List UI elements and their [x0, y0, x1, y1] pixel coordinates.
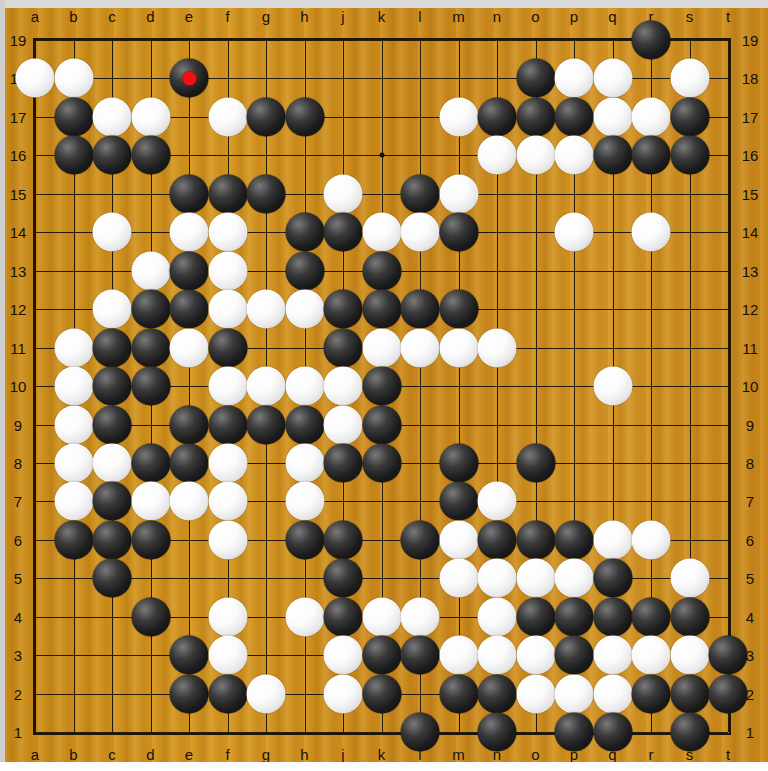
row-label-right: 17 [742, 108, 759, 125]
stone-white [54, 328, 93, 367]
stone-white [93, 213, 132, 252]
stone-white [593, 636, 632, 675]
stone-black [131, 367, 170, 406]
stone-black [478, 713, 517, 752]
stone-white [555, 559, 594, 598]
stone-white [54, 367, 93, 406]
stone-black [131, 136, 170, 175]
stone-white [208, 520, 247, 559]
row-label-right: 14 [742, 224, 759, 241]
stone-white [208, 290, 247, 329]
stone-white [593, 97, 632, 136]
stone-black [362, 367, 401, 406]
row-label-right: 10 [742, 378, 759, 395]
stone-black [324, 328, 363, 367]
stone-black [208, 328, 247, 367]
stone-black [516, 97, 555, 136]
stone-white [632, 213, 671, 252]
column-label-top: l [418, 8, 421, 25]
column-label-bottom: e [185, 746, 193, 763]
stone-black [555, 636, 594, 675]
stone-white [593, 59, 632, 98]
row-label-left: 17 [10, 108, 27, 125]
star-point [379, 153, 384, 158]
column-label-bottom: c [108, 746, 116, 763]
stone-black [324, 213, 363, 252]
stone-white [170, 328, 209, 367]
stone-black [324, 559, 363, 598]
stone-black [285, 213, 324, 252]
stone-black [593, 136, 632, 175]
stone-black [439, 482, 478, 521]
stone-white [285, 482, 324, 521]
row-label-right: 5 [746, 570, 754, 587]
stone-white [670, 59, 709, 98]
stone-white [516, 559, 555, 598]
stone-black [478, 520, 517, 559]
stone-black [170, 443, 209, 482]
column-label-bottom: g [262, 746, 270, 763]
stone-white [478, 597, 517, 636]
stone-black [131, 290, 170, 329]
stone-black [247, 97, 286, 136]
go-board[interactable]: aa1919bb1818cc1717dd1616ee1515ff1414gg13… [0, 0, 768, 762]
stone-white [131, 251, 170, 290]
stone-black [439, 674, 478, 713]
column-label-top: e [185, 8, 193, 25]
stone-white [324, 405, 363, 444]
stone-white [555, 136, 594, 175]
stone-white [93, 443, 132, 482]
stone-black [170, 636, 209, 675]
stone-white [555, 674, 594, 713]
stone-black [362, 443, 401, 482]
stone-white [516, 674, 555, 713]
row-label-left: 8 [14, 454, 22, 471]
stone-black [670, 136, 709, 175]
stone-white [478, 636, 517, 675]
row-label-left: 12 [10, 301, 27, 318]
row-label-right: 16 [742, 147, 759, 164]
stone-white [285, 443, 324, 482]
row-label-left: 14 [10, 224, 27, 241]
stone-black [555, 97, 594, 136]
column-label-top: m [452, 8, 465, 25]
row-label-right: 6 [746, 531, 754, 548]
stone-white [208, 482, 247, 521]
stone-black [632, 136, 671, 175]
stone-black [285, 251, 324, 290]
stone-black [670, 597, 709, 636]
stone-black [170, 251, 209, 290]
stone-black [285, 405, 324, 444]
stone-black [439, 213, 478, 252]
column-label-top: j [341, 8, 344, 25]
stone-black [131, 520, 170, 559]
column-label-bottom: a [31, 746, 39, 763]
stone-black [93, 559, 132, 598]
row-label-left: 10 [10, 378, 27, 395]
row-label-left: 3 [14, 647, 22, 664]
stone-black [516, 59, 555, 98]
stone-white [439, 174, 478, 213]
column-label-bottom: d [146, 746, 154, 763]
column-label-top: k [378, 8, 386, 25]
column-label-top: a [31, 8, 39, 25]
row-label-left: 2 [14, 685, 22, 702]
stone-white [593, 367, 632, 406]
stone-black [170, 290, 209, 329]
stone-black [54, 136, 93, 175]
stone-white [247, 290, 286, 329]
column-label-top: n [493, 8, 501, 25]
stone-black [478, 97, 517, 136]
stone-white [362, 213, 401, 252]
column-label-top: h [300, 8, 308, 25]
column-label-top: q [608, 8, 616, 25]
stone-black [362, 405, 401, 444]
row-label-left: 5 [14, 570, 22, 587]
column-label-bottom: j [341, 746, 344, 763]
row-label-left: 19 [10, 32, 27, 49]
column-label-top: o [531, 8, 539, 25]
stone-black [401, 713, 440, 752]
stone-white [324, 674, 363, 713]
stone-black [555, 713, 594, 752]
stone-black [401, 520, 440, 559]
stone-white [16, 59, 55, 98]
stone-black [131, 597, 170, 636]
column-label-bottom: k [378, 746, 386, 763]
stone-white [285, 367, 324, 406]
stone-black [208, 405, 247, 444]
row-label-right: 19 [742, 32, 759, 49]
stone-white [93, 97, 132, 136]
row-label-left: 4 [14, 608, 22, 625]
stone-black [478, 674, 517, 713]
stone-white [478, 482, 517, 521]
go-board-page: aa1919bb1818cc1717dd1616ee1515ff1414gg13… [0, 0, 768, 771]
stone-black [93, 482, 132, 521]
row-label-right: 7 [746, 493, 754, 510]
window-edge-bottom [0, 762, 768, 771]
stone-black [54, 97, 93, 136]
stone-black [54, 520, 93, 559]
stone-white [324, 636, 363, 675]
stone-white [54, 405, 93, 444]
stone-black [93, 367, 132, 406]
stone-black [516, 520, 555, 559]
stone-black [632, 674, 671, 713]
row-label-left: 1 [14, 724, 22, 741]
stone-white [247, 367, 286, 406]
stone-white [670, 636, 709, 675]
stone-white [170, 213, 209, 252]
column-label-top: t [726, 8, 730, 25]
stone-black [362, 636, 401, 675]
stone-white [439, 520, 478, 559]
column-label-bottom: f [225, 746, 229, 763]
stone-black [285, 520, 324, 559]
stone-white [516, 136, 555, 175]
stone-white [439, 636, 478, 675]
stone-white [247, 674, 286, 713]
stone-black [516, 597, 555, 636]
stone-white [285, 290, 324, 329]
column-label-top: f [225, 8, 229, 25]
stone-white [208, 251, 247, 290]
stone-black [362, 674, 401, 713]
row-label-right: 9 [746, 416, 754, 433]
row-label-right: 18 [742, 70, 759, 87]
row-label-left: 6 [14, 531, 22, 548]
row-label-right: 1 [746, 724, 754, 741]
stone-black [401, 290, 440, 329]
column-label-bottom: h [300, 746, 308, 763]
column-label-bottom: m [452, 746, 465, 763]
stone-black [93, 136, 132, 175]
column-label-bottom: o [531, 746, 539, 763]
stone-black [170, 59, 209, 98]
stone-white [478, 136, 517, 175]
stone-black [593, 713, 632, 752]
stone-white [401, 213, 440, 252]
column-label-bottom: r [649, 746, 654, 763]
stone-white [170, 482, 209, 521]
stone-black [709, 636, 748, 675]
stone-white [54, 482, 93, 521]
row-label-right: 15 [742, 185, 759, 202]
row-label-left: 9 [14, 416, 22, 433]
stone-black [170, 674, 209, 713]
stone-white [401, 597, 440, 636]
stone-black [324, 520, 363, 559]
stone-white [632, 520, 671, 559]
row-label-left: 13 [10, 262, 27, 279]
last-move-marker [182, 71, 196, 85]
stone-white [208, 367, 247, 406]
stone-black [170, 405, 209, 444]
stone-black [362, 251, 401, 290]
stone-black [247, 405, 286, 444]
stone-white [54, 443, 93, 482]
stone-white [632, 97, 671, 136]
stone-black [93, 328, 132, 367]
stone-black [285, 97, 324, 136]
column-label-top: d [146, 8, 154, 25]
stone-black [593, 597, 632, 636]
stone-white [439, 97, 478, 136]
row-label-right: 13 [742, 262, 759, 279]
stone-black [709, 674, 748, 713]
stone-white [208, 636, 247, 675]
stone-black [632, 597, 671, 636]
stone-black [439, 290, 478, 329]
stone-white [324, 367, 363, 406]
row-label-right: 8 [746, 454, 754, 471]
stone-white [54, 59, 93, 98]
row-label-left: 7 [14, 493, 22, 510]
column-label-top: p [570, 8, 578, 25]
stone-black [401, 174, 440, 213]
stone-black [208, 674, 247, 713]
stone-white [593, 520, 632, 559]
column-label-top: s [686, 8, 694, 25]
stone-black [632, 21, 671, 60]
stone-black [131, 443, 170, 482]
stone-black [555, 520, 594, 559]
stone-black [362, 290, 401, 329]
stone-white [93, 290, 132, 329]
stone-black [401, 636, 440, 675]
stone-white [285, 597, 324, 636]
stone-white [555, 59, 594, 98]
stone-black [324, 443, 363, 482]
stone-black [131, 328, 170, 367]
stone-black [247, 174, 286, 213]
stone-white [131, 482, 170, 521]
stone-white [516, 636, 555, 675]
stone-white [208, 443, 247, 482]
stone-white [362, 328, 401, 367]
column-label-top: c [108, 8, 116, 25]
column-label-top: g [262, 8, 270, 25]
row-label-right: 4 [746, 608, 754, 625]
column-label-bottom: b [69, 746, 77, 763]
stone-black [593, 559, 632, 598]
column-label-top: b [69, 8, 77, 25]
stone-white [208, 97, 247, 136]
row-label-right: 11 [742, 339, 758, 356]
stone-white [208, 213, 247, 252]
stone-black [93, 520, 132, 559]
stone-white [478, 328, 517, 367]
stone-black [439, 443, 478, 482]
stone-black [555, 597, 594, 636]
row-label-left: 11 [10, 339, 26, 356]
stone-black [670, 674, 709, 713]
stone-white [439, 328, 478, 367]
row-label-left: 16 [10, 147, 27, 164]
stone-white [208, 597, 247, 636]
stone-white [362, 597, 401, 636]
stone-white [555, 213, 594, 252]
stone-white [401, 328, 440, 367]
stone-black [324, 597, 363, 636]
row-label-right: 12 [742, 301, 759, 318]
stone-white [670, 559, 709, 598]
stone-white [478, 559, 517, 598]
stone-black [93, 405, 132, 444]
stone-white [131, 97, 170, 136]
row-label-left: 15 [10, 185, 27, 202]
column-label-bottom: t [726, 746, 730, 763]
stone-black [324, 290, 363, 329]
stone-black [208, 174, 247, 213]
stone-black [516, 443, 555, 482]
stone-black [670, 97, 709, 136]
stone-white [593, 674, 632, 713]
stone-white [439, 559, 478, 598]
stone-black [670, 713, 709, 752]
stone-white [324, 174, 363, 213]
stone-black [170, 174, 209, 213]
stone-white [632, 636, 671, 675]
